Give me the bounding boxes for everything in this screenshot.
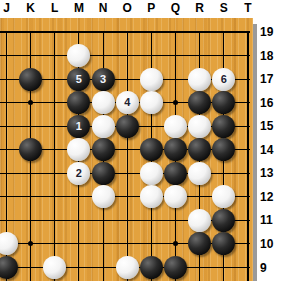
stone-black-M17: 5 [67,68,90,91]
column-label-S: S [213,1,235,16]
go-board: 536412 JKLMNOPQRST 191817161514131211109 [0,0,284,281]
stone-white-P16 [140,91,163,114]
stone-black-N17: 3 [92,68,115,91]
row-label-15: 15 [260,119,284,133]
row-label-17: 17 [260,72,284,86]
column-label-P: P [140,1,162,16]
stone-black-P14 [140,138,163,161]
grid-line-row-19 [0,31,250,33]
move-number-label: 3 [100,74,106,85]
stone-black-N13 [92,162,115,185]
column-label-L: L [44,1,66,16]
move-number-label: 1 [76,121,82,132]
stone-black-N14 [92,138,115,161]
stone-black-K17 [19,68,42,91]
stone-white-R13 [188,162,211,185]
row-label-11: 11 [260,213,284,227]
stone-white-P13 [140,162,163,185]
column-label-T: T [237,1,259,16]
grid-line-col-L [54,31,55,281]
column-label-J: J [0,1,18,16]
stone-white-P17 [140,68,163,91]
column-label-R: R [189,1,211,16]
stone-black-P9 [140,256,163,279]
board-edge-shadow [253,24,257,281]
row-label-13: 13 [260,166,284,180]
stone-black-S11 [212,209,235,232]
move-number-label: 5 [76,74,82,85]
grid-line-row-13 [0,173,250,174]
row-label-14: 14 [260,143,284,157]
stone-black-Q9 [164,256,187,279]
stone-white-N12 [92,185,115,208]
grid-line-col-T [247,31,249,281]
row-label-10: 10 [260,237,284,251]
move-number-label: 4 [124,97,130,108]
column-label-K: K [20,1,42,16]
grid-line-row-18 [0,55,250,56]
row-label-16: 16 [260,96,284,110]
column-label-Q: Q [164,1,186,16]
grid-line-col-O [127,31,128,281]
stone-white-O16: 4 [116,91,139,114]
stone-white-N15 [92,115,115,138]
column-label-M: M [68,1,90,16]
stone-black-Q13 [164,162,187,185]
column-label-N: N [92,1,114,16]
stone-black-S15 [212,115,235,138]
row-label-19: 19 [260,25,284,39]
row-label-9: 9 [260,261,284,275]
stone-black-M15: 1 [67,115,90,138]
row-label-18: 18 [260,49,284,63]
stone-white-O9 [116,256,139,279]
stone-white-R11 [188,209,211,232]
stone-white-R17 [188,68,211,91]
stone-white-N16 [92,91,115,114]
move-number-label: 2 [76,168,82,179]
stone-white-R15 [188,115,211,138]
stone-white-Q15 [164,115,187,138]
stone-black-O15 [116,115,139,138]
column-label-O: O [116,1,138,16]
stone-white-S17: 6 [212,68,235,91]
move-number-label: 6 [221,74,227,85]
row-label-12: 12 [260,190,284,204]
